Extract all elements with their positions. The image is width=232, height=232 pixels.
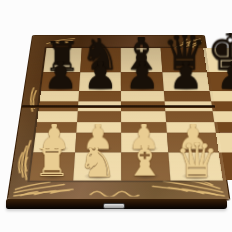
metal-clasp <box>103 203 125 209</box>
square-e7: ♟ <box>207 72 232 91</box>
square-d7: ♟ <box>162 72 210 91</box>
piece-black-pawn: ♟ <box>124 61 159 89</box>
chess-board: ♜♞♝♛♚♝♞♜♟♟♟♟♟♟♟♟♟♟♟♟♟♟♟♟♜♞♝♛♚♝♞♜ <box>8 36 229 200</box>
square-d6 <box>163 91 211 101</box>
fold-hinge <box>22 105 216 108</box>
piece-white-king: ♚ <box>228 141 232 178</box>
square-c6 <box>121 91 165 101</box>
carving-left-sprig <box>24 86 39 112</box>
chess-set-photo: ♜♞♝♛♚♝♞♜♟♟♟♟♟♟♟♟♟♟♟♟♟♟♟♟♜♞♝♛♚♝♞♜ <box>0 0 232 232</box>
square-e6 <box>210 91 232 101</box>
square-c7: ♟ <box>120 72 163 91</box>
piece-black-pawn: ♟ <box>83 61 118 89</box>
piece-black-pawn: ♟ <box>43 61 78 89</box>
square-b1: ♞ <box>74 152 121 180</box>
square-a6 <box>40 91 80 101</box>
piece-white-knight: ♞ <box>78 147 117 178</box>
board-grid: ♜♞♝♛♚♝♞♜♟♟♟♟♟♟♟♟♟♟♟♟♟♟♟♟♜♞♝♛♚♝♞♜ <box>30 48 208 180</box>
piece-white-rook: ♜ <box>34 148 71 178</box>
board-scene: ♜♞♝♛♚♝♞♜♟♟♟♟♟♟♟♟♟♟♟♟♟♟♟♟♜♞♝♛♚♝♞♜ <box>0 0 232 232</box>
square-c1: ♝ <box>121 152 170 180</box>
piece-black-pawn: ♟ <box>216 61 232 89</box>
piece-black-pawn: ♟ <box>169 61 204 89</box>
piece-white-bishop: ♝ <box>125 145 166 178</box>
piece-white-queen: ♛ <box>174 143 218 178</box>
carving-bottom-left-feather <box>12 180 77 198</box>
square-b6 <box>79 91 121 101</box>
square-a1: ♜ <box>30 152 76 180</box>
square-b7: ♟ <box>79 72 120 91</box>
square-d1: ♛ <box>168 152 223 180</box>
square-a7: ♟ <box>41 72 81 91</box>
carving-bottom-wave <box>88 187 141 197</box>
